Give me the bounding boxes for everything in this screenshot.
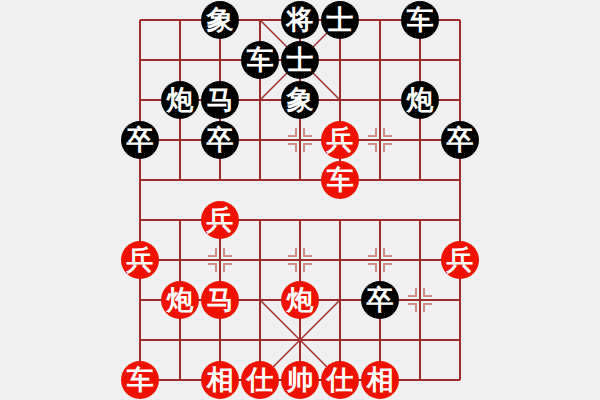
piece-black-general[interactable]: 将 <box>281 1 319 39</box>
piece-red-elephant[interactable]: 相 <box>361 361 399 399</box>
piece-red-advisor[interactable]: 仕 <box>321 361 359 399</box>
piece-red-horse[interactable]: 马 <box>201 281 239 319</box>
piece-black-horse[interactable]: 马 <box>201 81 239 119</box>
app-window: 象将士车车士炮马象炮卒卒卒卒兵车兵兵兵炮马炮车相仕帅仕相 <box>0 0 600 400</box>
piece-black-cannon[interactable]: 炮 <box>401 81 439 119</box>
piece-red-chariot[interactable]: 车 <box>121 361 159 399</box>
pieces-layer: 象将士车车士炮马象炮卒卒卒卒兵车兵兵兵炮马炮车相仕帅仕相 <box>0 0 600 400</box>
piece-black-cannon[interactable]: 炮 <box>161 81 199 119</box>
piece-red-general[interactable]: 帅 <box>281 361 319 399</box>
piece-black-soldier[interactable]: 卒 <box>441 121 479 159</box>
piece-red-advisor[interactable]: 仕 <box>241 361 279 399</box>
piece-black-soldier[interactable]: 卒 <box>201 121 239 159</box>
piece-red-soldier[interactable]: 兵 <box>201 201 239 239</box>
piece-red-chariot[interactable]: 车 <box>321 161 359 199</box>
piece-red-cannon[interactable]: 炮 <box>281 281 319 319</box>
piece-black-elephant[interactable]: 象 <box>281 81 319 119</box>
xiangqi-board[interactable]: 象将士车车士炮马象炮卒卒卒卒兵车兵兵兵炮马炮车相仕帅仕相 <box>0 0 600 400</box>
piece-black-soldier[interactable]: 卒 <box>121 121 159 159</box>
piece-black-advisor[interactable]: 士 <box>281 41 319 79</box>
piece-red-soldier[interactable]: 兵 <box>321 121 359 159</box>
piece-black-advisor[interactable]: 士 <box>321 1 359 39</box>
piece-black-chariot[interactable]: 车 <box>401 1 439 39</box>
piece-red-soldier[interactable]: 兵 <box>441 241 479 279</box>
piece-red-cannon[interactable]: 炮 <box>161 281 199 319</box>
piece-black-chariot[interactable]: 车 <box>241 41 279 79</box>
piece-black-elephant[interactable]: 象 <box>201 1 239 39</box>
piece-red-elephant[interactable]: 相 <box>201 361 239 399</box>
piece-black-soldier[interactable]: 卒 <box>361 281 399 319</box>
piece-red-soldier[interactable]: 兵 <box>121 241 159 279</box>
